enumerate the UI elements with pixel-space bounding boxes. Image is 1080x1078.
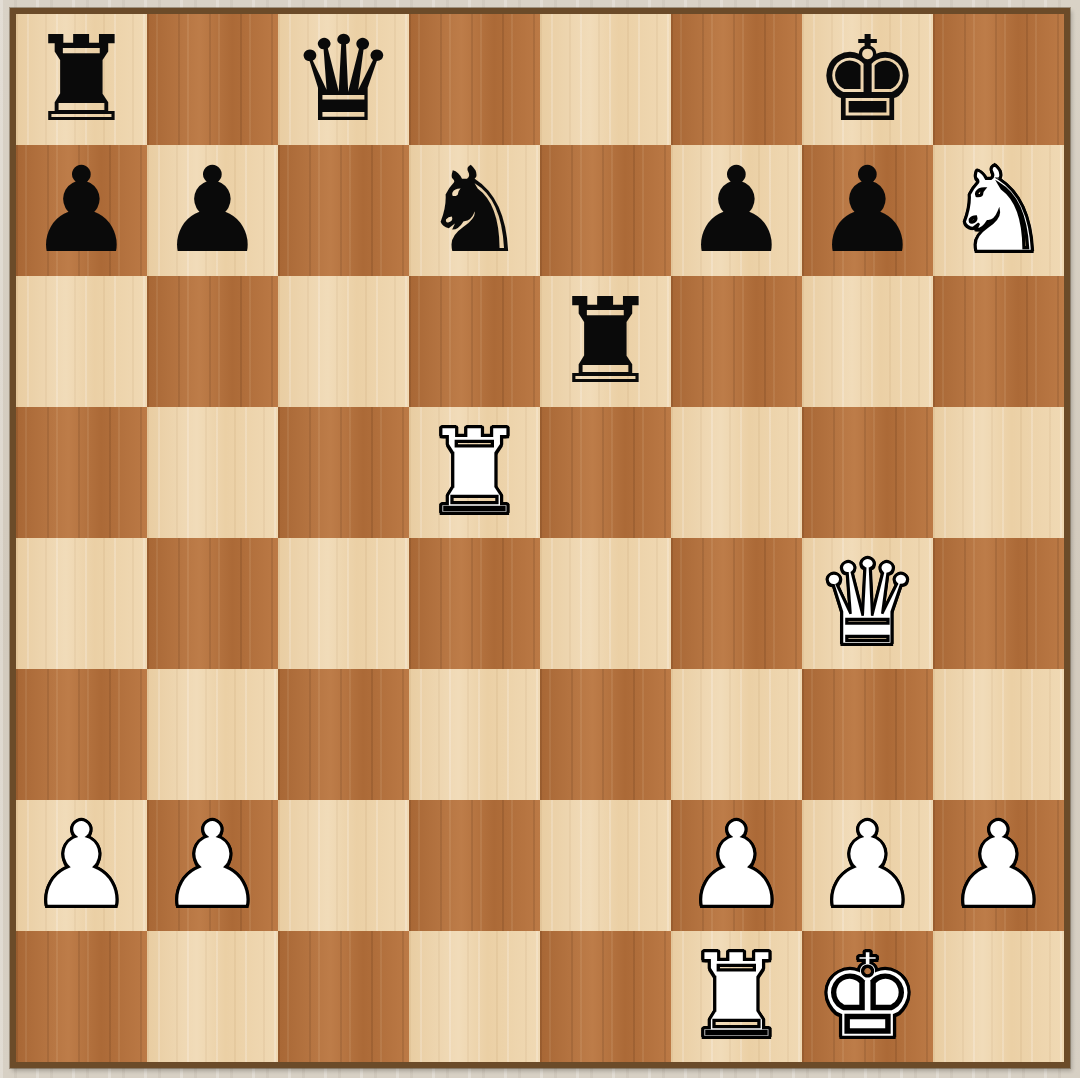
square-h3[interactable]: [933, 669, 1064, 800]
square-h2[interactable]: ♟: [933, 800, 1064, 931]
square-g6[interactable]: [802, 276, 933, 407]
square-c3[interactable]: [278, 669, 409, 800]
white-pawn-a2[interactable]: ♟: [29, 800, 135, 931]
square-g5[interactable]: [802, 407, 933, 538]
square-e1[interactable]: [540, 931, 671, 1062]
square-h7[interactable]: ♞: [933, 145, 1064, 276]
square-c7[interactable]: [278, 145, 409, 276]
square-b7[interactable]: ♟: [147, 145, 278, 276]
square-b3[interactable]: [147, 669, 278, 800]
square-f2[interactable]: ♟: [671, 800, 802, 931]
square-e6[interactable]: ♜: [540, 276, 671, 407]
square-c8[interactable]: ♛: [278, 14, 409, 145]
square-a6[interactable]: [16, 276, 147, 407]
square-e2[interactable]: [540, 800, 671, 931]
black-king-g8[interactable]: ♚: [815, 14, 921, 145]
white-queen-g4[interactable]: ♛: [815, 538, 921, 669]
white-pawn-g2[interactable]: ♟: [815, 800, 921, 931]
square-c2[interactable]: [278, 800, 409, 931]
white-king-g1[interactable]: ♚: [815, 931, 921, 1062]
square-a1[interactable]: [16, 931, 147, 1062]
square-e5[interactable]: [540, 407, 671, 538]
square-d2[interactable]: [409, 800, 540, 931]
square-f5[interactable]: [671, 407, 802, 538]
square-f3[interactable]: [671, 669, 802, 800]
black-pawn-f7[interactable]: ♟: [684, 145, 790, 276]
black-pawn-a7[interactable]: ♟: [29, 145, 135, 276]
white-rook-f1[interactable]: ♜: [684, 931, 790, 1062]
white-rook-d5[interactable]: ♜: [422, 407, 528, 538]
square-b1[interactable]: [147, 931, 278, 1062]
square-c6[interactable]: [278, 276, 409, 407]
square-a4[interactable]: [16, 538, 147, 669]
square-b2[interactable]: ♟: [147, 800, 278, 931]
square-h6[interactable]: [933, 276, 1064, 407]
square-b5[interactable]: [147, 407, 278, 538]
square-g8[interactable]: ♚: [802, 14, 933, 145]
square-c4[interactable]: [278, 538, 409, 669]
square-a5[interactable]: [16, 407, 147, 538]
square-a8[interactable]: ♜: [16, 14, 147, 145]
square-e4[interactable]: [540, 538, 671, 669]
square-b6[interactable]: [147, 276, 278, 407]
white-pawn-h2[interactable]: ♟: [946, 800, 1052, 931]
black-queen-c8[interactable]: ♛: [291, 14, 397, 145]
square-d7[interactable]: ♞: [409, 145, 540, 276]
square-h4[interactable]: [933, 538, 1064, 669]
white-pawn-b2[interactable]: ♟: [160, 800, 266, 931]
square-g7[interactable]: ♟: [802, 145, 933, 276]
square-f8[interactable]: [671, 14, 802, 145]
white-pawn-f2[interactable]: ♟: [684, 800, 790, 931]
square-f7[interactable]: ♟: [671, 145, 802, 276]
square-b4[interactable]: [147, 538, 278, 669]
square-d5[interactable]: ♜: [409, 407, 540, 538]
square-e8[interactable]: [540, 14, 671, 145]
black-pawn-b7[interactable]: ♟: [160, 145, 266, 276]
square-b8[interactable]: [147, 14, 278, 145]
square-f4[interactable]: [671, 538, 802, 669]
white-knight-h7[interactable]: ♞: [946, 145, 1052, 276]
square-a2[interactable]: ♟: [16, 800, 147, 931]
square-d8[interactable]: [409, 14, 540, 145]
square-d6[interactable]: [409, 276, 540, 407]
square-h5[interactable]: [933, 407, 1064, 538]
chess-board: ♜♛♚♟♟♞♟♟♞♜♜♛♟♟♟♟♟♜♚: [16, 14, 1064, 1062]
square-h1[interactable]: [933, 931, 1064, 1062]
square-f6[interactable]: [671, 276, 802, 407]
square-h8[interactable]: [933, 14, 1064, 145]
black-knight-d7[interactable]: ♞: [422, 145, 528, 276]
square-e7[interactable]: [540, 145, 671, 276]
black-rook-a8[interactable]: ♜: [29, 14, 135, 145]
square-c1[interactable]: [278, 931, 409, 1062]
chess-board-frame: ♜♛♚♟♟♞♟♟♞♜♜♛♟♟♟♟♟♜♚: [10, 8, 1070, 1068]
square-g2[interactable]: ♟: [802, 800, 933, 931]
square-g4[interactable]: ♛: [802, 538, 933, 669]
square-g1[interactable]: ♚: [802, 931, 933, 1062]
square-e3[interactable]: [540, 669, 671, 800]
square-a7[interactable]: ♟: [16, 145, 147, 276]
square-f1[interactable]: ♜: [671, 931, 802, 1062]
square-a3[interactable]: [16, 669, 147, 800]
square-g3[interactable]: [802, 669, 933, 800]
black-rook-e6[interactable]: ♜: [553, 276, 659, 407]
square-c5[interactable]: [278, 407, 409, 538]
page-background: { "game": "chess", "position": { "fen": …: [0, 0, 1080, 1078]
black-pawn-g7[interactable]: ♟: [815, 145, 921, 276]
square-d3[interactable]: [409, 669, 540, 800]
square-d1[interactable]: [409, 931, 540, 1062]
square-d4[interactable]: [409, 538, 540, 669]
